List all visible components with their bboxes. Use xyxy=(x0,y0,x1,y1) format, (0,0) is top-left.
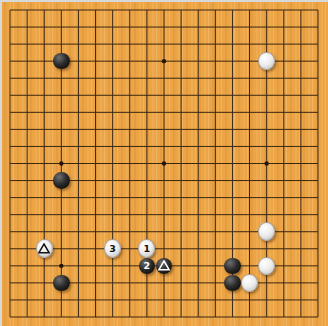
intersection[interactable] xyxy=(155,189,172,206)
intersection[interactable] xyxy=(1,223,18,240)
intersection[interactable] xyxy=(207,189,224,206)
intersection[interactable] xyxy=(292,223,309,240)
intersection[interactable] xyxy=(70,104,87,121)
intersection[interactable] xyxy=(258,274,275,291)
intersection[interactable] xyxy=(19,19,36,36)
intersection[interactable] xyxy=(241,19,258,36)
stone-black-move-2[interactable]: 2 xyxy=(139,258,155,274)
intersection[interactable] xyxy=(70,70,87,87)
intersection[interactable] xyxy=(190,121,207,138)
intersection[interactable] xyxy=(309,70,326,87)
stone-white-triangle[interactable] xyxy=(36,239,53,257)
intersection[interactable] xyxy=(224,104,241,121)
intersection[interactable] xyxy=(173,138,190,155)
intersection[interactable] xyxy=(1,291,18,308)
intersection[interactable] xyxy=(53,155,70,172)
intersection[interactable] xyxy=(70,155,87,172)
intersection[interactable] xyxy=(173,1,190,18)
intersection[interactable] xyxy=(241,274,258,291)
intersection[interactable] xyxy=(70,274,87,291)
intersection[interactable] xyxy=(275,308,292,325)
intersection[interactable] xyxy=(1,70,18,87)
intersection[interactable] xyxy=(19,53,36,70)
intersection[interactable] xyxy=(19,308,36,325)
stone-white-move-3[interactable]: 3 xyxy=(104,239,121,257)
intersection[interactable] xyxy=(53,1,70,18)
intersection[interactable] xyxy=(275,206,292,223)
intersection[interactable] xyxy=(292,87,309,104)
intersection[interactable]: 3 xyxy=(104,240,121,257)
intersection[interactable] xyxy=(224,257,241,274)
intersection[interactable] xyxy=(70,53,87,70)
intersection[interactable] xyxy=(36,189,53,206)
stone-black-triangle[interactable] xyxy=(156,258,172,274)
intersection[interactable] xyxy=(173,53,190,70)
intersection[interactable] xyxy=(190,53,207,70)
intersection[interactable] xyxy=(155,70,172,87)
intersection[interactable] xyxy=(155,308,172,325)
intersection[interactable] xyxy=(241,138,258,155)
intersection[interactable] xyxy=(104,138,121,155)
intersection[interactable] xyxy=(207,257,224,274)
intersection[interactable] xyxy=(1,53,18,70)
intersection[interactable] xyxy=(121,104,138,121)
intersection[interactable] xyxy=(155,87,172,104)
intersection[interactable] xyxy=(292,70,309,87)
intersection[interactable] xyxy=(53,138,70,155)
intersection[interactable] xyxy=(138,308,155,325)
intersection[interactable] xyxy=(309,104,326,121)
intersection[interactable] xyxy=(138,172,155,189)
intersection[interactable] xyxy=(87,291,104,308)
intersection[interactable] xyxy=(1,19,18,36)
intersection[interactable] xyxy=(155,36,172,53)
intersection[interactable] xyxy=(87,189,104,206)
intersection[interactable] xyxy=(36,19,53,36)
intersection[interactable] xyxy=(258,70,275,87)
intersection[interactable] xyxy=(138,274,155,291)
intersection[interactable] xyxy=(19,291,36,308)
stone-black[interactable] xyxy=(224,258,240,274)
intersection[interactable] xyxy=(121,53,138,70)
intersection[interactable] xyxy=(241,189,258,206)
intersection[interactable] xyxy=(275,19,292,36)
intersection[interactable] xyxy=(1,104,18,121)
intersection[interactable] xyxy=(104,189,121,206)
intersection[interactable] xyxy=(53,87,70,104)
intersection[interactable] xyxy=(190,189,207,206)
intersection[interactable] xyxy=(292,291,309,308)
intersection[interactable] xyxy=(190,36,207,53)
intersection[interactable] xyxy=(241,240,258,257)
intersection[interactable] xyxy=(292,308,309,325)
intersection[interactable] xyxy=(224,291,241,308)
intersection[interactable] xyxy=(155,19,172,36)
intersection[interactable] xyxy=(275,70,292,87)
intersection[interactable] xyxy=(173,172,190,189)
intersection[interactable] xyxy=(275,53,292,70)
intersection[interactable] xyxy=(190,172,207,189)
intersection[interactable] xyxy=(309,155,326,172)
intersection[interactable] xyxy=(190,291,207,308)
intersection[interactable] xyxy=(155,206,172,223)
intersection[interactable] xyxy=(292,155,309,172)
intersection[interactable] xyxy=(224,155,241,172)
intersection[interactable] xyxy=(275,36,292,53)
intersection[interactable] xyxy=(1,1,18,18)
intersection[interactable] xyxy=(241,70,258,87)
intersection[interactable] xyxy=(138,121,155,138)
intersection[interactable] xyxy=(292,121,309,138)
intersection[interactable] xyxy=(275,223,292,240)
intersection[interactable] xyxy=(173,104,190,121)
intersection[interactable] xyxy=(1,36,18,53)
intersection[interactable] xyxy=(87,87,104,104)
intersection[interactable] xyxy=(258,121,275,138)
intersection[interactable] xyxy=(138,206,155,223)
intersection[interactable] xyxy=(309,36,326,53)
intersection[interactable] xyxy=(53,291,70,308)
intersection[interactable] xyxy=(87,155,104,172)
intersection[interactable] xyxy=(190,104,207,121)
intersection[interactable] xyxy=(292,172,309,189)
intersection[interactable] xyxy=(207,206,224,223)
intersection[interactable] xyxy=(104,19,121,36)
intersection[interactable] xyxy=(36,121,53,138)
intersection[interactable] xyxy=(275,155,292,172)
intersection[interactable] xyxy=(70,189,87,206)
intersection[interactable] xyxy=(173,206,190,223)
intersection[interactable] xyxy=(241,53,258,70)
intersection[interactable] xyxy=(190,308,207,325)
intersection[interactable] xyxy=(173,223,190,240)
intersection[interactable] xyxy=(275,104,292,121)
intersection[interactable] xyxy=(70,36,87,53)
intersection[interactable] xyxy=(309,274,326,291)
intersection[interactable] xyxy=(190,1,207,18)
intersection[interactable] xyxy=(207,19,224,36)
intersection[interactable] xyxy=(53,53,70,70)
intersection[interactable] xyxy=(1,274,18,291)
intersection[interactable] xyxy=(104,223,121,240)
intersection[interactable] xyxy=(1,121,18,138)
intersection[interactable] xyxy=(155,138,172,155)
intersection[interactable] xyxy=(207,87,224,104)
intersection[interactable] xyxy=(36,206,53,223)
intersection[interactable] xyxy=(258,1,275,18)
intersection[interactable] xyxy=(121,70,138,87)
intersection[interactable] xyxy=(104,291,121,308)
intersection[interactable] xyxy=(121,155,138,172)
intersection[interactable] xyxy=(19,274,36,291)
intersection[interactable] xyxy=(1,172,18,189)
intersection[interactable] xyxy=(173,121,190,138)
intersection[interactable] xyxy=(87,121,104,138)
intersection[interactable] xyxy=(275,291,292,308)
intersection[interactable] xyxy=(173,87,190,104)
intersection[interactable] xyxy=(258,189,275,206)
intersection[interactable] xyxy=(53,274,70,291)
intersection[interactable] xyxy=(87,104,104,121)
intersection[interactable] xyxy=(258,104,275,121)
intersection[interactable] xyxy=(87,70,104,87)
intersection[interactable] xyxy=(19,36,36,53)
intersection[interactable] xyxy=(224,240,241,257)
intersection[interactable] xyxy=(241,308,258,325)
intersection[interactable] xyxy=(190,257,207,274)
intersection[interactable] xyxy=(70,223,87,240)
intersection[interactable] xyxy=(190,70,207,87)
intersection[interactable] xyxy=(1,138,18,155)
intersection[interactable] xyxy=(121,308,138,325)
intersection[interactable] xyxy=(241,121,258,138)
intersection[interactable] xyxy=(19,70,36,87)
intersection[interactable] xyxy=(173,291,190,308)
intersection[interactable] xyxy=(121,291,138,308)
intersection[interactable] xyxy=(36,223,53,240)
intersection[interactable] xyxy=(87,223,104,240)
intersection[interactable] xyxy=(53,172,70,189)
intersection[interactable] xyxy=(53,36,70,53)
intersection[interactable] xyxy=(104,70,121,87)
intersection[interactable] xyxy=(53,189,70,206)
intersection[interactable] xyxy=(207,291,224,308)
intersection[interactable] xyxy=(155,155,172,172)
intersection[interactable] xyxy=(309,257,326,274)
intersection[interactable] xyxy=(87,206,104,223)
intersection[interactable] xyxy=(241,36,258,53)
stone-black[interactable] xyxy=(53,172,69,188)
intersection[interactable] xyxy=(224,87,241,104)
intersection[interactable] xyxy=(70,240,87,257)
intersection[interactable] xyxy=(224,36,241,53)
intersection[interactable] xyxy=(121,206,138,223)
intersection[interactable] xyxy=(104,1,121,18)
intersection[interactable] xyxy=(19,1,36,18)
intersection[interactable] xyxy=(309,87,326,104)
intersection[interactable] xyxy=(138,291,155,308)
intersection[interactable] xyxy=(309,240,326,257)
intersection[interactable] xyxy=(275,1,292,18)
intersection[interactable] xyxy=(258,36,275,53)
intersection[interactable] xyxy=(241,155,258,172)
intersection[interactable] xyxy=(19,240,36,257)
intersection[interactable] xyxy=(53,121,70,138)
intersection[interactable] xyxy=(104,274,121,291)
intersection[interactable] xyxy=(36,274,53,291)
intersection[interactable] xyxy=(275,257,292,274)
intersection[interactable] xyxy=(1,206,18,223)
intersection[interactable] xyxy=(53,104,70,121)
intersection[interactable] xyxy=(155,240,172,257)
intersection[interactable] xyxy=(275,121,292,138)
intersection[interactable] xyxy=(224,308,241,325)
stone-white[interactable] xyxy=(258,257,275,275)
intersection[interactable] xyxy=(224,189,241,206)
intersection[interactable] xyxy=(1,240,18,257)
intersection[interactable] xyxy=(190,223,207,240)
intersection[interactable] xyxy=(173,274,190,291)
intersection[interactable] xyxy=(207,308,224,325)
intersection[interactable] xyxy=(138,87,155,104)
intersection[interactable] xyxy=(207,121,224,138)
intersection[interactable] xyxy=(121,240,138,257)
intersection[interactable] xyxy=(36,172,53,189)
intersection[interactable] xyxy=(104,104,121,121)
intersection[interactable] xyxy=(207,1,224,18)
intersection[interactable] xyxy=(275,274,292,291)
intersection[interactable] xyxy=(53,70,70,87)
intersection[interactable] xyxy=(292,36,309,53)
intersection[interactable] xyxy=(19,206,36,223)
intersection[interactable] xyxy=(309,121,326,138)
intersection[interactable] xyxy=(241,291,258,308)
intersection[interactable] xyxy=(155,172,172,189)
intersection[interactable] xyxy=(138,155,155,172)
intersection[interactable] xyxy=(19,155,36,172)
intersection[interactable] xyxy=(121,257,138,274)
intersection[interactable] xyxy=(173,257,190,274)
intersection[interactable] xyxy=(224,223,241,240)
intersection[interactable] xyxy=(19,223,36,240)
intersection[interactable] xyxy=(36,104,53,121)
intersection[interactable] xyxy=(70,206,87,223)
intersection[interactable] xyxy=(207,36,224,53)
intersection[interactable] xyxy=(190,19,207,36)
intersection[interactable] xyxy=(309,172,326,189)
intersection[interactable] xyxy=(53,240,70,257)
intersection[interactable] xyxy=(121,1,138,18)
intersection[interactable] xyxy=(224,19,241,36)
intersection[interactable] xyxy=(70,172,87,189)
intersection[interactable] xyxy=(155,257,172,274)
intersection[interactable] xyxy=(1,308,18,325)
intersection[interactable] xyxy=(292,274,309,291)
intersection[interactable] xyxy=(53,223,70,240)
intersection[interactable] xyxy=(224,206,241,223)
intersection[interactable] xyxy=(241,257,258,274)
intersection[interactable] xyxy=(258,172,275,189)
stone-white-move-1[interactable]: 1 xyxy=(138,239,155,257)
intersection[interactable] xyxy=(224,121,241,138)
intersection[interactable] xyxy=(207,240,224,257)
intersection[interactable] xyxy=(36,138,53,155)
intersection[interactable] xyxy=(19,172,36,189)
intersection[interactable] xyxy=(104,257,121,274)
intersection[interactable] xyxy=(173,36,190,53)
intersection[interactable] xyxy=(53,19,70,36)
intersection[interactable] xyxy=(309,138,326,155)
intersection[interactable] xyxy=(173,308,190,325)
intersection[interactable] xyxy=(121,274,138,291)
intersection[interactable] xyxy=(292,19,309,36)
intersection[interactable] xyxy=(309,223,326,240)
intersection[interactable] xyxy=(275,240,292,257)
intersection[interactable] xyxy=(121,36,138,53)
intersection[interactable] xyxy=(190,87,207,104)
intersection[interactable] xyxy=(309,1,326,18)
intersection[interactable] xyxy=(104,53,121,70)
stone-black[interactable] xyxy=(53,275,69,291)
intersection[interactable] xyxy=(224,172,241,189)
intersection[interactable] xyxy=(258,308,275,325)
intersection[interactable] xyxy=(292,1,309,18)
intersection[interactable] xyxy=(207,138,224,155)
intersection[interactable] xyxy=(309,189,326,206)
intersection[interactable] xyxy=(87,274,104,291)
intersection[interactable] xyxy=(121,223,138,240)
intersection[interactable] xyxy=(309,308,326,325)
intersection[interactable] xyxy=(121,138,138,155)
intersection[interactable] xyxy=(258,138,275,155)
intersection[interactable] xyxy=(138,53,155,70)
intersection[interactable] xyxy=(1,87,18,104)
intersection[interactable] xyxy=(36,53,53,70)
intersection[interactable] xyxy=(207,155,224,172)
intersection[interactable] xyxy=(309,206,326,223)
intersection[interactable] xyxy=(190,155,207,172)
intersection[interactable] xyxy=(138,138,155,155)
intersection[interactable] xyxy=(258,53,275,70)
stone-white[interactable] xyxy=(241,274,258,292)
intersection[interactable] xyxy=(138,70,155,87)
intersection[interactable] xyxy=(275,138,292,155)
intersection[interactable] xyxy=(138,223,155,240)
stone-black[interactable] xyxy=(224,275,240,291)
intersection[interactable] xyxy=(241,1,258,18)
intersection[interactable] xyxy=(224,53,241,70)
intersection[interactable] xyxy=(173,155,190,172)
intersection[interactable] xyxy=(36,70,53,87)
intersection[interactable] xyxy=(104,87,121,104)
intersection[interactable] xyxy=(241,87,258,104)
intersection[interactable] xyxy=(121,189,138,206)
intersection[interactable] xyxy=(155,274,172,291)
intersection[interactable] xyxy=(155,53,172,70)
intersection[interactable] xyxy=(224,70,241,87)
intersection[interactable] xyxy=(36,240,53,257)
intersection[interactable] xyxy=(36,1,53,18)
intersection[interactable] xyxy=(292,206,309,223)
intersection[interactable] xyxy=(19,257,36,274)
intersection[interactable] xyxy=(53,206,70,223)
intersection[interactable] xyxy=(173,240,190,257)
intersection[interactable] xyxy=(70,308,87,325)
intersection[interactable] xyxy=(70,291,87,308)
intersection[interactable] xyxy=(155,1,172,18)
intersection[interactable] xyxy=(104,308,121,325)
intersection[interactable] xyxy=(207,53,224,70)
intersection[interactable] xyxy=(19,189,36,206)
intersection[interactable] xyxy=(87,53,104,70)
intersection[interactable] xyxy=(292,189,309,206)
intersection[interactable] xyxy=(1,155,18,172)
intersection[interactable] xyxy=(121,87,138,104)
intersection[interactable] xyxy=(104,121,121,138)
intersection[interactable] xyxy=(190,274,207,291)
stone-black[interactable] xyxy=(53,53,69,69)
intersection[interactable] xyxy=(309,53,326,70)
intersection[interactable] xyxy=(207,172,224,189)
intersection[interactable] xyxy=(70,138,87,155)
intersection[interactable] xyxy=(224,138,241,155)
intersection[interactable] xyxy=(36,291,53,308)
intersection[interactable] xyxy=(87,308,104,325)
intersection[interactable] xyxy=(155,104,172,121)
intersection[interactable] xyxy=(258,19,275,36)
intersection[interactable] xyxy=(19,87,36,104)
stone-white[interactable] xyxy=(258,52,275,70)
